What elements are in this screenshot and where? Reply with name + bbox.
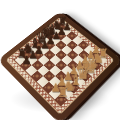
white-rook[interactable]: ♜ xyxy=(57,86,66,100)
black-pawn[interactable]: ♟ xyxy=(22,54,30,65)
square-a7[interactable]: ♟ xyxy=(20,60,32,71)
product-photo-scene: ♜♞♝♛♚♝♞♜♟♟♟♟♟♟♟♟♟♟♟♟♟♟♟♟♜♞♝♛♚♝♞♜ xyxy=(0,0,120,120)
square-b6[interactable] xyxy=(32,60,44,71)
square-a1[interactable]: ♜ xyxy=(55,93,68,105)
